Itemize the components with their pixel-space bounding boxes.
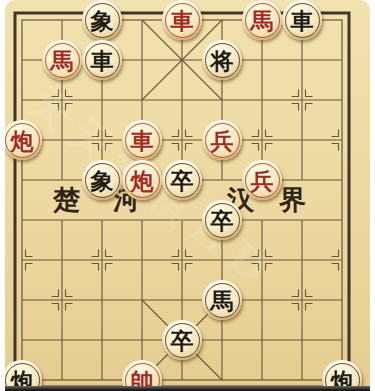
piece-glyph: 卒 [211, 209, 234, 232]
piece-glyph: 象 [91, 9, 114, 32]
piece-glyph: 馬 [211, 289, 234, 312]
piece-black-elephant[interactable]: 象 [82, 0, 122, 40]
xiangqi-app: 天天象棋HD 楚河 汉界 象車馬車馬車将炮車兵象炮卒兵卒馬卒炮帥炮 [0, 0, 375, 391]
piece-black-chariot[interactable]: 車 [82, 40, 122, 80]
piece-glyph: 車 [291, 9, 314, 32]
piece-red-chariot[interactable]: 車 [122, 120, 162, 160]
bottom-edge-bar [5, 386, 370, 391]
piece-red-cannon[interactable]: 炮 [122, 160, 162, 200]
piece-glyph: 象 [91, 169, 114, 192]
piece-black-soldier[interactable]: 卒 [162, 320, 202, 360]
piece-black-chariot[interactable]: 車 [282, 0, 322, 40]
xiangqi-board: 天天象棋HD 楚河 汉界 象車馬車馬車将炮車兵象炮卒兵卒馬卒炮帥炮 [5, 0, 370, 391]
piece-red-soldier[interactable]: 兵 [242, 160, 282, 200]
piece-glyph: 車 [91, 49, 114, 72]
piece-red-soldier[interactable]: 兵 [202, 120, 242, 160]
piece-black-soldier[interactable]: 卒 [202, 200, 242, 240]
piece-glyph: 炮 [11, 129, 34, 152]
piece-glyph: 馬 [51, 49, 74, 72]
piece-glyph: 卒 [171, 329, 194, 352]
piece-glyph: 馬 [251, 9, 274, 32]
piece-red-horse[interactable]: 馬 [242, 0, 282, 40]
piece-red-chariot[interactable]: 車 [162, 0, 202, 40]
piece-glyph: 車 [171, 9, 194, 32]
piece-glyph: 兵 [211, 129, 234, 152]
piece-red-horse[interactable]: 馬 [42, 40, 82, 80]
piece-glyph: 卒 [171, 169, 194, 192]
piece-glyph: 兵 [251, 169, 274, 192]
piece-black-soldier[interactable]: 卒 [162, 160, 202, 200]
piece-black-general[interactable]: 将 [202, 40, 242, 80]
piece-glyph: 将 [211, 49, 234, 72]
piece-glyph: 車 [131, 129, 154, 152]
piece-glyph: 炮 [131, 169, 154, 192]
piece-black-elephant[interactable]: 象 [82, 160, 122, 200]
piece-black-horse[interactable]: 馬 [202, 280, 242, 320]
